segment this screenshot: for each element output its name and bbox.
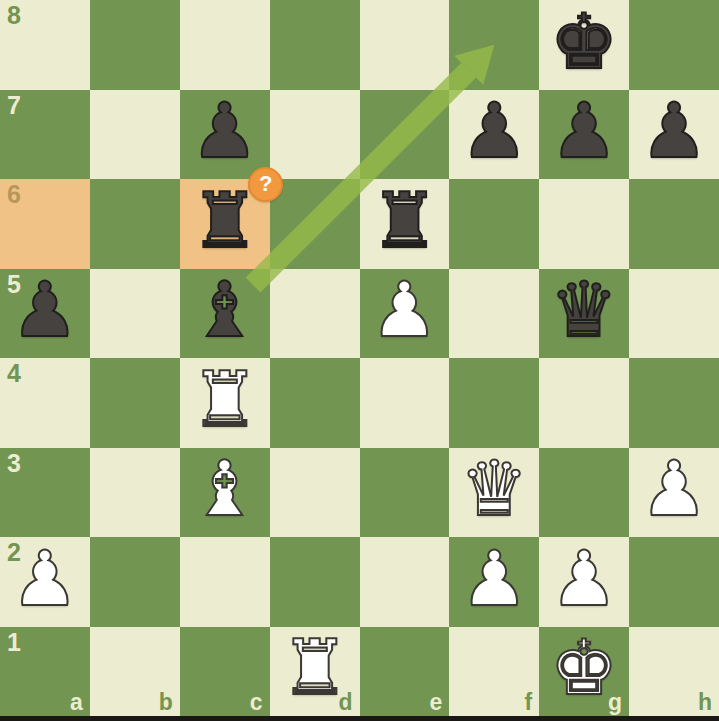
- white-rook[interactable]: ♜: [191, 362, 259, 438]
- file-label-e: e: [430, 691, 443, 714]
- square-f7[interactable]: ♟: [449, 90, 539, 180]
- white-bishop[interactable]: ♝: [191, 451, 259, 527]
- square-f1[interactable]: f: [449, 627, 539, 717]
- black-bishop[interactable]: ♝: [191, 272, 259, 348]
- square-b1[interactable]: b: [90, 627, 180, 717]
- square-g3[interactable]: [539, 448, 629, 538]
- square-e1[interactable]: e: [360, 627, 450, 717]
- file-label-f: f: [525, 691, 533, 714]
- square-e3[interactable]: [360, 448, 450, 538]
- square-g4[interactable]: [539, 358, 629, 448]
- black-pawn[interactable]: ♟: [460, 93, 528, 169]
- square-c1[interactable]: c: [180, 627, 270, 717]
- square-e8[interactable]: [360, 0, 450, 90]
- file-label-b: b: [159, 691, 173, 714]
- square-h7[interactable]: ♟: [629, 90, 719, 180]
- square-d4[interactable]: [270, 358, 360, 448]
- square-d3[interactable]: [270, 448, 360, 538]
- square-c8[interactable]: [180, 0, 270, 90]
- square-a5[interactable]: 5♟: [0, 269, 90, 359]
- square-d8[interactable]: [270, 0, 360, 90]
- square-d6[interactable]: [270, 179, 360, 269]
- square-b8[interactable]: [90, 0, 180, 90]
- square-e5[interactable]: ♟: [360, 269, 450, 359]
- rank-label-1: 1: [7, 630, 21, 655]
- file-label-g: g: [608, 691, 622, 714]
- black-queen[interactable]: ♛: [550, 272, 618, 348]
- black-king[interactable]: ♚: [550, 4, 618, 80]
- square-h6[interactable]: [629, 179, 719, 269]
- rank-label-6: 6: [7, 182, 21, 207]
- square-b4[interactable]: [90, 358, 180, 448]
- black-pawn[interactable]: ♟: [640, 93, 708, 169]
- white-pawn[interactable]: ♟: [640, 451, 708, 527]
- white-queen[interactable]: ♛: [460, 451, 528, 527]
- black-pawn[interactable]: ♟: [550, 93, 618, 169]
- square-a2[interactable]: 2♟: [0, 537, 90, 627]
- square-g2[interactable]: ♟: [539, 537, 629, 627]
- square-b6[interactable]: [90, 179, 180, 269]
- square-h8[interactable]: [629, 0, 719, 90]
- file-label-d: d: [338, 691, 352, 714]
- square-f5[interactable]: [449, 269, 539, 359]
- file-label-h: h: [698, 691, 712, 714]
- rank-label-7: 7: [7, 93, 21, 118]
- rank-label-8: 8: [7, 3, 21, 28]
- black-pawn[interactable]: ♟: [11, 272, 79, 348]
- square-g1[interactable]: g♚: [539, 627, 629, 717]
- square-e2[interactable]: [360, 537, 450, 627]
- square-e4[interactable]: [360, 358, 450, 448]
- mistake-badge: ?: [248, 167, 283, 202]
- square-c7[interactable]: ♟: [180, 90, 270, 180]
- square-a3[interactable]: 3: [0, 448, 90, 538]
- square-a6[interactable]: 6: [0, 179, 90, 269]
- square-a1[interactable]: 1a: [0, 627, 90, 717]
- square-f6[interactable]: [449, 179, 539, 269]
- square-h4[interactable]: [629, 358, 719, 448]
- bottom-edge-bar: [0, 716, 719, 721]
- white-pawn[interactable]: ♟: [11, 541, 79, 617]
- file-label-a: a: [70, 691, 83, 714]
- square-g6[interactable]: [539, 179, 629, 269]
- square-b2[interactable]: [90, 537, 180, 627]
- black-rook[interactable]: ♜: [370, 183, 438, 259]
- square-d2[interactable]: [270, 537, 360, 627]
- file-label-c: c: [250, 691, 263, 714]
- square-f8[interactable]: [449, 0, 539, 90]
- square-g7[interactable]: ♟: [539, 90, 629, 180]
- black-pawn[interactable]: ♟: [191, 93, 259, 169]
- white-pawn[interactable]: ♟: [370, 272, 438, 348]
- square-b5[interactable]: [90, 269, 180, 359]
- chess-board: 8♚7♟♟♟♟6♜♜5♟♝♟♛4♜3♝♛♟2♟♟♟1abcd♜efg♚h: [0, 0, 719, 716]
- rank-label-5: 5: [7, 272, 21, 297]
- square-h3[interactable]: ♟: [629, 448, 719, 538]
- square-a4[interactable]: 4: [0, 358, 90, 448]
- square-b7[interactable]: [90, 90, 180, 180]
- black-rook[interactable]: ♜: [191, 183, 259, 259]
- rank-label-3: 3: [7, 451, 21, 476]
- square-c5[interactable]: ♝: [180, 269, 270, 359]
- square-e7[interactable]: [360, 90, 450, 180]
- square-h2[interactable]: [629, 537, 719, 627]
- square-d7[interactable]: [270, 90, 360, 180]
- square-f3[interactable]: ♛: [449, 448, 539, 538]
- square-b3[interactable]: [90, 448, 180, 538]
- square-c4[interactable]: ♜: [180, 358, 270, 448]
- chess-analysis-board: 8♚7♟♟♟♟6♜♜5♟♝♟♛4♜3♝♛♟2♟♟♟1abcd♜efg♚h ?: [0, 0, 719, 721]
- rank-label-4: 4: [7, 361, 21, 386]
- square-h5[interactable]: [629, 269, 719, 359]
- square-h1[interactable]: h: [629, 627, 719, 717]
- square-d5[interactable]: [270, 269, 360, 359]
- square-a7[interactable]: 7: [0, 90, 90, 180]
- white-pawn[interactable]: ♟: [460, 541, 528, 617]
- square-a8[interactable]: 8: [0, 0, 90, 90]
- square-c2[interactable]: [180, 537, 270, 627]
- square-d1[interactable]: d♜: [270, 627, 360, 717]
- rank-label-2: 2: [7, 540, 21, 565]
- square-f2[interactable]: ♟: [449, 537, 539, 627]
- square-f4[interactable]: [449, 358, 539, 448]
- white-pawn[interactable]: ♟: [550, 541, 618, 617]
- square-g8[interactable]: ♚: [539, 0, 629, 90]
- square-e6[interactable]: ♜: [360, 179, 450, 269]
- square-g5[interactable]: ♛: [539, 269, 629, 359]
- square-c3[interactable]: ♝: [180, 448, 270, 538]
